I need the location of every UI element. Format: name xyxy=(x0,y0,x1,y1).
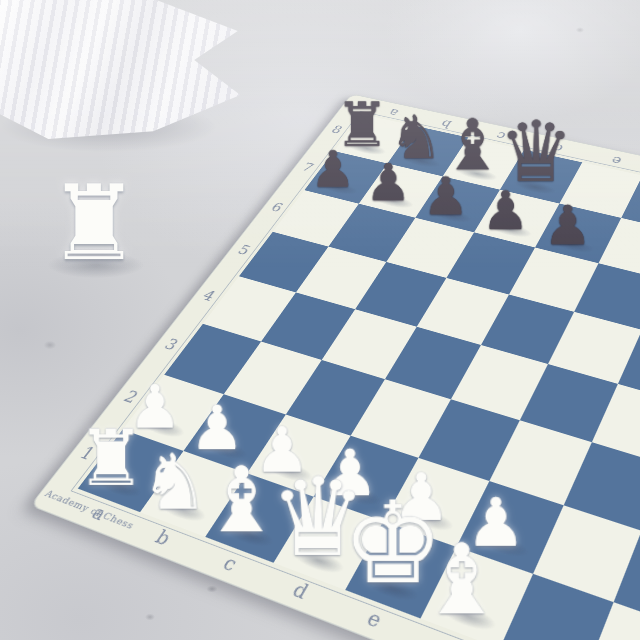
off-board-white-rook: ♜ xyxy=(38,168,150,278)
white-bishop-glyph: ♝ xyxy=(418,532,505,629)
black-pawn-glyph: ♟ xyxy=(473,184,539,237)
black-pawn-glyph: ♟ xyxy=(534,198,602,252)
black-pawn-glyph: ♟ xyxy=(357,157,421,208)
white-queen-glyph: ♛ xyxy=(270,464,353,572)
table-scene: 12345678 12345678 abcdefgh abcdefgh Acad… xyxy=(0,0,640,640)
black-pawn-glyph: ♟ xyxy=(413,170,478,222)
white-king-glyph: ♚ xyxy=(342,486,427,600)
piece-black-pawn-e7: ♟ xyxy=(535,204,621,264)
pieces-layer: ♜♞♝♛♟♟♟♟♟♜♞♝♛♚♝♟♟♟♟♟♟ xyxy=(78,114,640,640)
piece-white-bishop-f1: ♝ xyxy=(420,547,533,640)
